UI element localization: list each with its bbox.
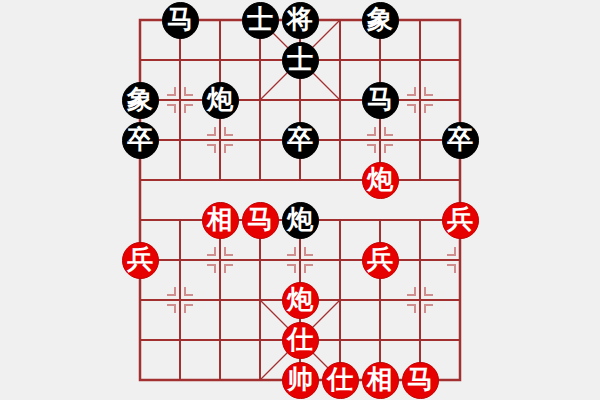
red-pawn[interactable]: 兵 [442,202,479,239]
point-8-3[interactable]: 卒 [440,120,480,160]
point-8-5[interactable]: 兵 [440,200,480,240]
black-pawn[interactable]: 卒 [282,122,319,159]
point-7-8[interactable] [400,320,440,360]
red-cannon[interactable]: 炮 [362,162,399,199]
point-4-1[interactable]: 士 [280,40,320,80]
point-8-4[interactable] [440,160,480,200]
point-6-3[interactable] [360,120,400,160]
board-points: 马士将象士象炮马卒卒卒炮相马炮兵兵兵炮仕帅仕相马 [120,0,480,400]
point-3-5[interactable]: 马 [240,200,280,240]
point-2-3[interactable] [200,120,240,160]
point-3-1[interactable] [240,40,280,80]
point-4-4[interactable] [280,160,320,200]
point-3-4[interactable] [240,160,280,200]
point-7-9[interactable]: 马 [400,360,440,400]
point-1-5[interactable] [160,200,200,240]
red-cannon[interactable]: 炮 [282,282,319,319]
point-2-2[interactable]: 炮 [200,80,240,120]
point-0-5[interactable] [120,200,160,240]
black-pawn[interactable]: 卒 [122,122,159,159]
point-0-9[interactable] [120,360,160,400]
red-general[interactable]: 帅 [282,362,319,399]
point-4-7[interactable]: 炮 [280,280,320,320]
point-1-0[interactable]: 马 [160,0,200,40]
point-3-9[interactable] [240,360,280,400]
point-2-0[interactable] [200,0,240,40]
point-6-2[interactable]: 马 [360,80,400,120]
red-pawn[interactable]: 兵 [122,242,159,279]
point-2-6[interactable] [200,240,240,280]
point-1-6[interactable] [160,240,200,280]
point-8-6[interactable] [440,240,480,280]
black-general[interactable]: 将 [282,2,319,39]
black-horse[interactable]: 马 [362,82,399,119]
point-6-8[interactable] [360,320,400,360]
point-5-9[interactable]: 仕 [320,360,360,400]
point-5-5[interactable] [320,200,360,240]
point-0-2[interactable]: 象 [120,80,160,120]
point-7-6[interactable] [400,240,440,280]
red-pawn[interactable]: 兵 [362,242,399,279]
point-4-5[interactable]: 炮 [280,200,320,240]
red-advisor[interactable]: 仕 [322,362,359,399]
point-6-1[interactable] [360,40,400,80]
point-4-8[interactable]: 仕 [280,320,320,360]
point-7-2[interactable] [400,80,440,120]
point-6-6[interactable]: 兵 [360,240,400,280]
point-5-1[interactable] [320,40,360,80]
red-elephant[interactable]: 相 [202,202,239,239]
point-0-7[interactable] [120,280,160,320]
point-1-8[interactable] [160,320,200,360]
point-6-0[interactable]: 象 [360,0,400,40]
point-3-8[interactable] [240,320,280,360]
point-0-1[interactable] [120,40,160,80]
point-0-6[interactable]: 兵 [120,240,160,280]
point-8-2[interactable] [440,80,480,120]
point-0-4[interactable] [120,160,160,200]
point-2-8[interactable] [200,320,240,360]
point-4-2[interactable] [280,80,320,120]
point-5-0[interactable] [320,0,360,40]
red-horse[interactable]: 马 [402,362,439,399]
point-7-5[interactable] [400,200,440,240]
point-8-7[interactable] [440,280,480,320]
point-4-6[interactable] [280,240,320,280]
black-cannon[interactable]: 炮 [202,82,239,119]
point-3-7[interactable] [240,280,280,320]
point-3-6[interactable] [240,240,280,280]
point-5-7[interactable] [320,280,360,320]
point-1-2[interactable] [160,80,200,120]
point-8-1[interactable] [440,40,480,80]
point-1-9[interactable] [160,360,200,400]
black-elephant[interactable]: 象 [362,2,399,39]
xiangqi-board: 马士将象士象炮马卒卒卒炮相马炮兵兵兵炮仕帅仕相马 [0,0,600,400]
point-4-3[interactable]: 卒 [280,120,320,160]
point-3-2[interactable] [240,80,280,120]
black-advisor[interactable]: 士 [242,2,279,39]
point-2-1[interactable] [200,40,240,80]
black-pawn[interactable]: 卒 [442,122,479,159]
point-5-4[interactable] [320,160,360,200]
point-0-8[interactable] [120,320,160,360]
point-7-7[interactable] [400,280,440,320]
black-horse[interactable]: 马 [162,2,199,39]
point-2-4[interactable] [200,160,240,200]
point-6-4[interactable]: 炮 [360,160,400,200]
point-8-0[interactable] [440,0,480,40]
point-5-6[interactable] [320,240,360,280]
point-7-4[interactable] [400,160,440,200]
red-horse[interactable]: 马 [242,202,279,239]
point-4-9[interactable]: 帅 [280,360,320,400]
point-4-0[interactable]: 将 [280,0,320,40]
point-7-0[interactable] [400,0,440,40]
point-2-9[interactable] [200,360,240,400]
point-5-8[interactable] [320,320,360,360]
point-0-3[interactable]: 卒 [120,120,160,160]
point-2-5[interactable]: 相 [200,200,240,240]
point-6-9[interactable]: 相 [360,360,400,400]
point-7-3[interactable] [400,120,440,160]
point-1-1[interactable] [160,40,200,80]
point-1-4[interactable] [160,160,200,200]
point-3-3[interactable] [240,120,280,160]
point-8-8[interactable] [440,320,480,360]
point-8-9[interactable] [440,360,480,400]
point-5-3[interactable] [320,120,360,160]
black-elephant[interactable]: 象 [122,82,159,119]
point-6-5[interactable] [360,200,400,240]
point-2-7[interactable] [200,280,240,320]
red-advisor[interactable]: 仕 [282,322,319,359]
point-0-0[interactable] [120,0,160,40]
point-1-7[interactable] [160,280,200,320]
point-7-1[interactable] [400,40,440,80]
point-1-3[interactable] [160,120,200,160]
red-elephant[interactable]: 相 [362,362,399,399]
point-3-0[interactable]: 士 [240,0,280,40]
point-6-7[interactable] [360,280,400,320]
black-advisor[interactable]: 士 [282,42,319,79]
point-5-2[interactable] [320,80,360,120]
black-cannon[interactable]: 炮 [282,202,319,239]
